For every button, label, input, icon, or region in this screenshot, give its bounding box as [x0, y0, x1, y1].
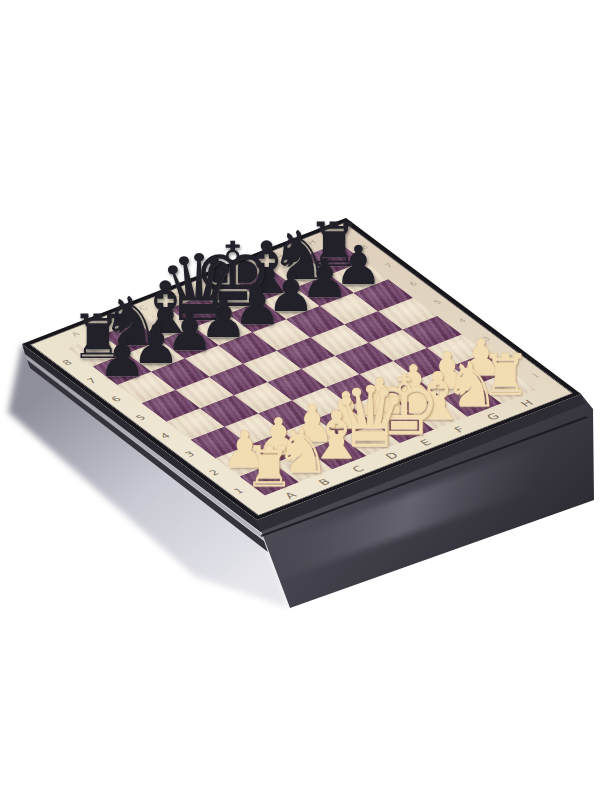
rank-label-right-8: 8 [358, 244, 370, 251]
file-label-top-d: D [170, 291, 183, 299]
file-label-top-g: G [272, 252, 285, 260]
file-label-bottom-c: C [349, 464, 367, 474]
rank-label-right-1: 1 [530, 372, 542, 379]
rank-label-left-4: 4 [158, 431, 173, 440]
file-label-bottom-d: D [383, 450, 402, 461]
rank-label-left-2: 2 [207, 468, 222, 477]
file-label-top-b: B [103, 317, 115, 324]
file-label-top-h: H [305, 239, 318, 247]
file-label-top-c: C [137, 304, 150, 311]
file-label-bottom-b: B [316, 477, 334, 487]
file-label-bottom-f: F [451, 425, 467, 435]
rank-label-left-6: 6 [109, 395, 124, 404]
rank-label-right-5: 5 [432, 299, 444, 306]
rank-label-right-4: 4 [456, 317, 468, 324]
file-label-bottom-a: A [282, 490, 300, 500]
file-label-bottom-g: G [484, 411, 503, 422]
rank-label-left-3: 3 [182, 450, 197, 459]
rank-label-left-5: 5 [133, 413, 148, 422]
rank-label-right-3: 3 [481, 335, 493, 342]
file-label-top-f: F [239, 265, 251, 272]
rank-label-left-8: 8 [60, 358, 75, 367]
rank-label-left-1: 1 [231, 486, 246, 495]
rank-label-right-6: 6 [407, 280, 419, 287]
rank-label-left-7: 7 [84, 376, 99, 385]
file-label-top-e: E [205, 278, 217, 285]
file-label-top-a: A [69, 331, 81, 338]
file-label-bottom-e: E [417, 438, 434, 448]
photo-stage: AABBCCDDEEFFGGHH1122334455667788 ♜♞♝♛♚♝♞… [0, 0, 600, 800]
rank-label-right-7: 7 [383, 262, 395, 269]
rank-label-right-2: 2 [505, 354, 517, 361]
file-label-bottom-h: H [518, 398, 536, 409]
